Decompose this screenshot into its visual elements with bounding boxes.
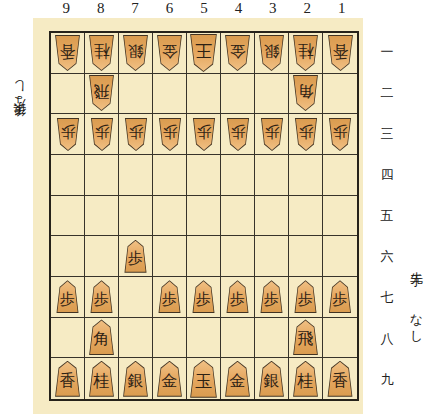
piece-glyph: 角 [298, 80, 314, 101]
rank-label-8: 八 [377, 319, 397, 360]
piece-glyph: 歩 [264, 290, 279, 309]
cell-3二[interactable] [255, 74, 289, 115]
piece-gote-歩: 歩 [56, 118, 80, 151]
cell-7二[interactable] [119, 74, 153, 115]
piece-sente-金: 金 [156, 361, 183, 397]
cell-8二[interactable]: 飛 [85, 74, 119, 115]
cell-2八[interactable]: 飛 [289, 318, 323, 359]
cell-8八[interactable]: 角 [85, 318, 119, 359]
piece-glyph: 歩 [298, 122, 313, 141]
cell-6六[interactable] [153, 236, 187, 277]
piece-gote-歩: 歩 [328, 118, 352, 151]
cell-1四[interactable] [323, 155, 357, 196]
piece-glyph: 角 [94, 329, 110, 350]
cell-3三[interactable]: 歩 [255, 114, 289, 155]
cell-9九[interactable]: 香 [51, 358, 85, 399]
piece-glyph: 銀 [264, 371, 280, 392]
piece-sente-銀: 銀 [258, 361, 285, 397]
cell-2七[interactable]: 歩 [289, 277, 323, 318]
cell-1六[interactable] [323, 236, 357, 277]
piece-sente-歩: 歩 [158, 280, 182, 313]
cell-7八[interactable] [119, 318, 153, 359]
piece-glyph: 歩 [264, 122, 279, 141]
cell-2九[interactable]: 桂 [289, 358, 323, 399]
file-label-6: 6 [152, 0, 186, 17]
cell-1九[interactable]: 香 [323, 358, 357, 399]
piece-sente-香: 香 [327, 361, 354, 397]
piece-gote-歩: 歩 [158, 118, 182, 151]
cell-8一[interactable]: 桂 [85, 33, 119, 74]
cell-4三[interactable]: 歩 [221, 114, 255, 155]
cell-8四[interactable] [85, 155, 119, 196]
cell-4五[interactable] [221, 196, 255, 237]
cell-9四[interactable] [51, 155, 85, 196]
cell-3七[interactable]: 歩 [255, 277, 289, 318]
cell-3九[interactable]: 銀 [255, 358, 289, 399]
piece-gote-王: 王 [189, 34, 218, 72]
rank-label-3: 三 [377, 113, 397, 154]
piece-glyph: 飛 [94, 80, 110, 101]
piece-glyph: 飛 [298, 329, 314, 350]
cell-5五[interactable] [187, 196, 221, 237]
piece-glyph: 桂 [298, 40, 314, 61]
rank-labels: 一二三四五六七八九 [377, 31, 397, 401]
piece-glyph: 歩 [333, 122, 348, 141]
cell-5八[interactable] [187, 318, 221, 359]
cell-5七[interactable]: 歩 [187, 277, 221, 318]
rank-label-1: 一 [377, 31, 397, 72]
piece-sente-玉: 玉 [189, 360, 218, 398]
cell-4四[interactable] [221, 155, 255, 196]
file-label-5: 5 [187, 0, 221, 17]
cell-6三[interactable]: 歩 [153, 114, 187, 155]
rank-label-4: 四 [377, 154, 397, 195]
piece-glyph: 歩 [298, 290, 313, 309]
cell-8五[interactable] [85, 196, 119, 237]
piece-gote-歩: 歩 [226, 118, 250, 151]
rank-label-9: 九 [377, 360, 397, 401]
piece-gote-角: 角 [292, 75, 319, 111]
piece-gote-銀: 銀 [258, 35, 285, 71]
piece-glyph: 歩 [60, 122, 75, 141]
gote-hand-label: 後手 [11, 124, 29, 128]
piece-glyph: 歩 [162, 122, 177, 141]
piece-sente-歩: 歩 [260, 280, 284, 313]
piece-sente-金: 金 [224, 361, 251, 397]
cell-8六[interactable] [85, 236, 119, 277]
cell-6一[interactable]: 金 [153, 33, 187, 74]
cell-6四[interactable] [153, 155, 187, 196]
cell-2一[interactable]: 桂 [289, 33, 323, 74]
cell-7三[interactable]: 歩 [119, 114, 153, 155]
file-label-1: 1 [325, 0, 359, 17]
piece-gote-金: 金 [224, 35, 251, 71]
gote-hand-value: なし [11, 84, 29, 118]
cell-3六[interactable] [255, 236, 289, 277]
cell-8七[interactable]: 歩 [85, 277, 119, 318]
cell-2六[interactable] [289, 236, 323, 277]
cell-9三[interactable]: 歩 [51, 114, 85, 155]
piece-glyph: 香 [60, 40, 76, 61]
cell-2二[interactable]: 角 [289, 74, 323, 115]
file-label-3: 3 [256, 0, 290, 17]
piece-gote-桂: 桂 [292, 35, 319, 71]
shogi-diagram: 987654321 香桂銀金王金銀桂香飛角歩歩歩歩歩歩歩歩歩歩歩歩歩歩歩歩歩歩角… [0, 0, 427, 415]
cell-1八[interactable] [323, 318, 357, 359]
piece-glyph: 金 [162, 40, 178, 61]
piece-glyph: 桂 [94, 371, 110, 392]
cell-9六[interactable] [51, 236, 85, 277]
piece-glyph: 歩 [333, 290, 348, 309]
piece-glyph: 銀 [128, 40, 144, 61]
piece-sente-歩: 歩 [328, 280, 352, 313]
file-label-4: 4 [221, 0, 255, 17]
sente-hand-label: 先手 [407, 261, 425, 265]
piece-glyph: 銀 [128, 371, 144, 392]
board-panel: 香桂銀金王金銀桂香飛角歩歩歩歩歩歩歩歩歩歩歩歩歩歩歩歩歩歩角飛香桂銀金玉金銀桂香 [33, 18, 363, 414]
piece-glyph: 香 [332, 40, 348, 61]
cell-1二[interactable] [323, 74, 357, 115]
piece-glyph: 桂 [94, 40, 110, 61]
cell-5四[interactable] [187, 155, 221, 196]
shogi-board-grid: 香桂銀金王金銀桂香飛角歩歩歩歩歩歩歩歩歩歩歩歩歩歩歩歩歩歩角飛香桂銀金玉金銀桂香 [49, 31, 359, 401]
cell-5六[interactable] [187, 236, 221, 277]
piece-sente-歩: 歩 [56, 280, 80, 313]
cell-9五[interactable] [51, 196, 85, 237]
piece-glyph: 歩 [128, 249, 143, 268]
piece-glyph: 金 [162, 371, 178, 392]
cell-6九[interactable]: 金 [153, 358, 187, 399]
cell-1七[interactable]: 歩 [323, 277, 357, 318]
piece-glyph: 玉 [195, 370, 212, 393]
piece-gote-歩: 歩 [192, 118, 216, 151]
piece-glyph: 歩 [94, 290, 109, 309]
piece-glyph: 歩 [196, 122, 211, 141]
piece-gote-歩: 歩 [294, 118, 318, 151]
cell-8九[interactable]: 桂 [85, 358, 119, 399]
piece-glyph: 歩 [230, 122, 245, 141]
cell-6五[interactable] [153, 196, 187, 237]
piece-gote-香: 香 [327, 35, 354, 71]
sente-hand-value: なし [407, 304, 425, 338]
cell-6二[interactable] [153, 74, 187, 115]
cell-5二[interactable] [187, 74, 221, 115]
cell-9一[interactable]: 香 [51, 33, 85, 74]
cell-1三[interactable]: 歩 [323, 114, 357, 155]
cell-4九[interactable]: 金 [221, 358, 255, 399]
piece-gote-銀: 銀 [122, 35, 149, 71]
cell-3四[interactable] [255, 155, 289, 196]
cell-3一[interactable]: 銀 [255, 33, 289, 74]
cell-3五[interactable] [255, 196, 289, 237]
cell-4二[interactable] [221, 74, 255, 115]
piece-sente-歩: 歩 [294, 280, 318, 313]
piece-gote-歩: 歩 [260, 118, 284, 151]
piece-glyph: 歩 [94, 122, 109, 141]
cell-6八[interactable] [153, 318, 187, 359]
file-label-9: 9 [49, 0, 83, 17]
piece-gote-桂: 桂 [88, 35, 115, 71]
rank-label-7: 七 [377, 278, 397, 319]
cell-5一[interactable]: 王 [187, 33, 221, 74]
cell-9二[interactable] [51, 74, 85, 115]
piece-glyph: 歩 [128, 122, 143, 141]
piece-sente-歩: 歩 [124, 240, 148, 273]
cell-7一[interactable]: 銀 [119, 33, 153, 74]
cell-2五[interactable] [289, 196, 323, 237]
piece-sente-角: 角 [88, 319, 115, 355]
cell-3八[interactable] [255, 318, 289, 359]
cell-9七[interactable]: 歩 [51, 277, 85, 318]
cell-4七[interactable]: 歩 [221, 277, 255, 318]
piece-glyph: 桂 [298, 371, 314, 392]
piece-gote-歩: 歩 [90, 118, 114, 151]
cell-4八[interactable] [221, 318, 255, 359]
piece-glyph: 王 [195, 39, 212, 62]
file-label-8: 8 [83, 0, 117, 17]
file-label-7: 7 [118, 0, 152, 17]
cell-2三[interactable]: 歩 [289, 114, 323, 155]
cell-7七[interactable] [119, 277, 153, 318]
cell-5九[interactable]: 玉 [187, 358, 221, 399]
piece-gote-歩: 歩 [124, 118, 148, 151]
piece-gote-飛: 飛 [88, 75, 115, 111]
piece-sente-歩: 歩 [192, 280, 216, 313]
piece-glyph: 香 [332, 371, 348, 392]
piece-sente-銀: 銀 [122, 361, 149, 397]
rank-label-6: 六 [377, 237, 397, 278]
piece-gote-香: 香 [54, 35, 81, 71]
piece-glyph: 金 [230, 40, 246, 61]
cell-6七[interactable]: 歩 [153, 277, 187, 318]
cell-1一[interactable]: 香 [323, 33, 357, 74]
piece-glyph: 歩 [162, 290, 177, 309]
file-label-2: 2 [290, 0, 324, 17]
piece-sente-桂: 桂 [292, 361, 319, 397]
piece-sente-歩: 歩 [90, 280, 114, 313]
piece-glyph: 歩 [196, 290, 211, 309]
cell-8三[interactable]: 歩 [85, 114, 119, 155]
file-labels: 987654321 [49, 0, 359, 17]
piece-sente-桂: 桂 [88, 361, 115, 397]
cell-7五[interactable] [119, 196, 153, 237]
rank-label-2: 二 [377, 72, 397, 113]
cell-1五[interactable] [323, 196, 357, 237]
cell-9八[interactable] [51, 318, 85, 359]
piece-sente-飛: 飛 [292, 319, 319, 355]
piece-gote-金: 金 [156, 35, 183, 71]
piece-glyph: 歩 [60, 290, 75, 309]
cell-7四[interactable] [119, 155, 153, 196]
piece-glyph: 金 [230, 371, 246, 392]
cell-7六[interactable]: 歩 [119, 236, 153, 277]
cell-7九[interactable]: 銀 [119, 358, 153, 399]
cell-2四[interactable] [289, 155, 323, 196]
piece-sente-香: 香 [54, 361, 81, 397]
piece-glyph: 銀 [264, 40, 280, 61]
piece-glyph: 香 [60, 371, 76, 392]
cell-4六[interactable] [221, 236, 255, 277]
cell-4一[interactable]: 金 [221, 33, 255, 74]
piece-glyph: 歩 [230, 290, 245, 309]
rank-label-5: 五 [377, 195, 397, 236]
cell-5三[interactable]: 歩 [187, 114, 221, 155]
piece-sente-歩: 歩 [226, 280, 250, 313]
